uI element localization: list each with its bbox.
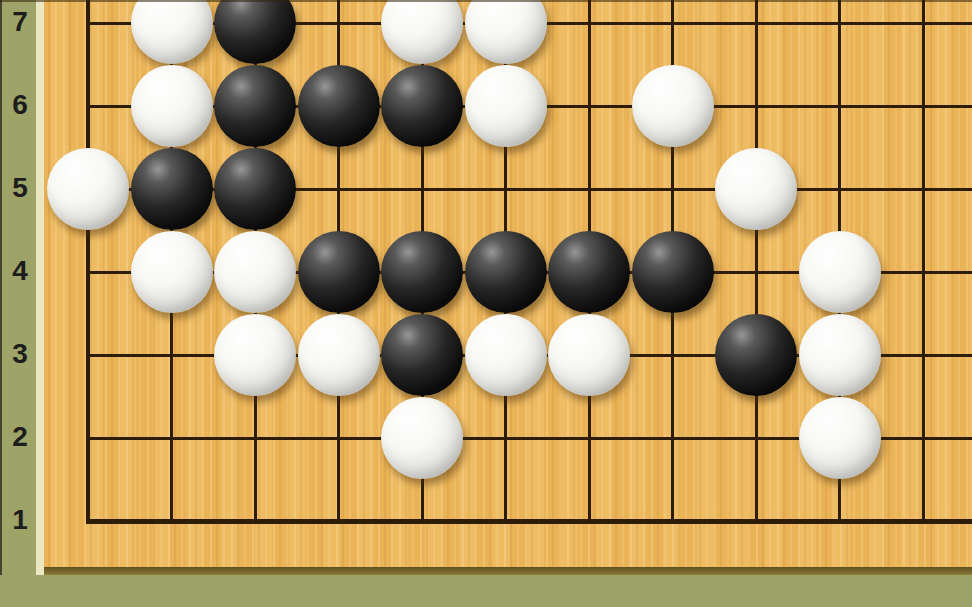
black-stone-G4[interactable] <box>548 231 630 313</box>
row-label-7: 7 <box>2 6 38 38</box>
black-stone-D6[interactable] <box>298 65 380 147</box>
black-stone-F4[interactable] <box>465 231 547 313</box>
white-stone-D3[interactable] <box>298 314 380 396</box>
white-stone-H6[interactable] <box>632 65 714 147</box>
black-stone-C6[interactable] <box>214 65 296 147</box>
black-stone-H4[interactable] <box>632 231 714 313</box>
black-stone-E4[interactable] <box>381 231 463 313</box>
white-stone-A5[interactable] <box>47 148 129 230</box>
grid-line-col-L <box>922 0 925 523</box>
black-stone-E3[interactable] <box>381 314 463 396</box>
black-stone-E6[interactable] <box>381 65 463 147</box>
white-stone-G3[interactable] <box>548 314 630 396</box>
row-coordinate-strip: 7654321 <box>0 0 36 607</box>
white-stone-C3[interactable] <box>214 314 296 396</box>
grid-line-row-1 <box>86 519 972 524</box>
grid-line-col-J <box>755 0 758 523</box>
row-label-2: 2 <box>2 421 38 453</box>
grid-line-col-A <box>86 0 90 523</box>
black-stone-D4[interactable] <box>298 231 380 313</box>
white-stone-K2[interactable] <box>799 397 881 479</box>
white-stone-E2[interactable] <box>381 397 463 479</box>
row-label-6: 6 <box>2 89 38 121</box>
white-stone-B4[interactable] <box>131 231 213 313</box>
white-stone-K4[interactable] <box>799 231 881 313</box>
black-stone-C5[interactable] <box>214 148 296 230</box>
go-board-screenshot: 7654321 ABCDEFGHJKL <box>0 0 972 607</box>
white-stone-B6[interactable] <box>131 65 213 147</box>
frame-top-edge <box>0 0 972 2</box>
row-label-3: 3 <box>2 338 38 370</box>
row-label-5: 5 <box>2 172 38 204</box>
white-stone-F6[interactable] <box>465 65 547 147</box>
column-coordinate-strip: ABCDEFGHJKL <box>0 575 972 607</box>
white-stone-C4[interactable] <box>214 231 296 313</box>
white-stone-K3[interactable] <box>799 314 881 396</box>
board-bottom-edge-shadow <box>44 567 972 575</box>
row-label-1: 1 <box>2 504 38 536</box>
board-left-edge-highlight <box>36 0 44 575</box>
white-stone-F3[interactable] <box>465 314 547 396</box>
white-stone-J5[interactable] <box>715 148 797 230</box>
black-stone-B5[interactable] <box>131 148 213 230</box>
row-label-4: 4 <box>2 255 38 287</box>
black-stone-J3[interactable] <box>715 314 797 396</box>
